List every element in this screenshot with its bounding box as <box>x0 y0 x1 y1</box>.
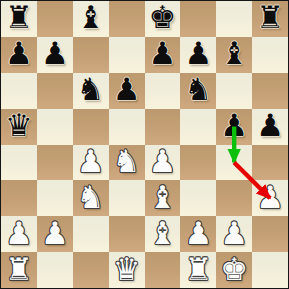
square-e2[interactable]: ♝ <box>145 216 181 252</box>
square-a1[interactable]: ♜ <box>1 252 37 288</box>
square-f3[interactable] <box>180 180 216 216</box>
square-c8[interactable]: ♝ <box>73 1 109 37</box>
piece-white-knight[interactable]: ♞ <box>113 146 141 177</box>
piece-black-pawn[interactable]: ♟ <box>220 110 248 141</box>
piece-black-pawn[interactable]: ♟ <box>184 38 212 69</box>
square-d8[interactable] <box>109 1 145 37</box>
square-b8[interactable] <box>37 1 73 37</box>
square-d1[interactable]: ♛ <box>109 252 145 288</box>
piece-black-pawn[interactable]: ♟ <box>5 38 33 69</box>
square-d5[interactable] <box>109 109 145 145</box>
piece-white-bishop[interactable]: ♝ <box>149 218 177 249</box>
chess-board-frame: ♜♝♚♜♟♟♟♟♝♞♟♞♛♟♟♟♞♟♞♝♟♟♟♝♟♟♜♛♜♚ <box>0 0 289 289</box>
square-c7[interactable] <box>73 37 109 73</box>
square-h1[interactable] <box>252 252 288 288</box>
square-g2[interactable]: ♟ <box>216 216 252 252</box>
square-g5[interactable]: ♟ <box>216 109 252 145</box>
square-h3[interactable]: ♟ <box>252 180 288 216</box>
square-g6[interactable] <box>216 73 252 109</box>
piece-black-pawn[interactable]: ♟ <box>256 110 284 141</box>
square-e4[interactable]: ♟ <box>145 145 181 181</box>
square-a6[interactable] <box>1 73 37 109</box>
square-d7[interactable] <box>109 37 145 73</box>
square-c1[interactable] <box>73 252 109 288</box>
square-b4[interactable] <box>37 145 73 181</box>
square-f4[interactable] <box>180 145 216 181</box>
chess-board: ♜♝♚♜♟♟♟♟♝♞♟♞♛♟♟♟♞♟♞♝♟♟♟♝♟♟♜♛♜♚ <box>1 1 288 288</box>
piece-black-rook[interactable]: ♜ <box>5 2 33 33</box>
square-f5[interactable] <box>180 109 216 145</box>
square-e6[interactable] <box>145 73 181 109</box>
square-b1[interactable] <box>37 252 73 288</box>
piece-white-rook[interactable]: ♜ <box>5 254 33 285</box>
piece-white-pawn[interactable]: ♟ <box>77 146 105 177</box>
piece-black-knight[interactable]: ♞ <box>77 74 105 105</box>
piece-black-rook[interactable]: ♜ <box>256 2 284 33</box>
square-e8[interactable]: ♚ <box>145 1 181 37</box>
square-e7[interactable]: ♟ <box>145 37 181 73</box>
square-h5[interactable]: ♟ <box>252 109 288 145</box>
piece-white-pawn[interactable]: ♟ <box>5 218 33 249</box>
piece-white-pawn[interactable]: ♟ <box>256 182 284 213</box>
piece-black-pawn[interactable]: ♟ <box>41 38 69 69</box>
square-h6[interactable] <box>252 73 288 109</box>
piece-black-knight[interactable]: ♞ <box>184 74 212 105</box>
piece-white-pawn[interactable]: ♟ <box>184 218 212 249</box>
square-g7[interactable]: ♝ <box>216 37 252 73</box>
piece-black-pawn[interactable]: ♟ <box>113 74 141 105</box>
piece-white-queen[interactable]: ♛ <box>113 254 141 285</box>
square-g1[interactable]: ♚ <box>216 252 252 288</box>
piece-white-bishop[interactable]: ♝ <box>149 182 177 213</box>
square-h7[interactable] <box>252 37 288 73</box>
square-b3[interactable] <box>37 180 73 216</box>
square-a4[interactable] <box>1 145 37 181</box>
square-c6[interactable]: ♞ <box>73 73 109 109</box>
square-f6[interactable]: ♞ <box>180 73 216 109</box>
square-a3[interactable] <box>1 180 37 216</box>
square-h2[interactable] <box>252 216 288 252</box>
square-c4[interactable]: ♟ <box>73 145 109 181</box>
square-e5[interactable] <box>145 109 181 145</box>
square-b5[interactable] <box>37 109 73 145</box>
square-g3[interactable] <box>216 180 252 216</box>
square-a7[interactable]: ♟ <box>1 37 37 73</box>
piece-white-pawn[interactable]: ♟ <box>149 146 177 177</box>
square-f1[interactable]: ♜ <box>180 252 216 288</box>
square-a5[interactable]: ♛ <box>1 109 37 145</box>
square-b2[interactable]: ♟ <box>37 216 73 252</box>
square-d2[interactable] <box>109 216 145 252</box>
square-a2[interactable]: ♟ <box>1 216 37 252</box>
piece-white-king[interactable]: ♚ <box>220 254 248 285</box>
square-a8[interactable]: ♜ <box>1 1 37 37</box>
piece-white-rook[interactable]: ♜ <box>184 254 212 285</box>
piece-white-pawn[interactable]: ♟ <box>220 218 248 249</box>
square-f8[interactable] <box>180 1 216 37</box>
square-f7[interactable]: ♟ <box>180 37 216 73</box>
square-b6[interactable] <box>37 73 73 109</box>
square-e1[interactable] <box>145 252 181 288</box>
square-c5[interactable] <box>73 109 109 145</box>
square-d3[interactable] <box>109 180 145 216</box>
piece-black-bishop[interactable]: ♝ <box>77 2 105 33</box>
piece-white-knight[interactable]: ♞ <box>77 182 105 213</box>
square-c3[interactable]: ♞ <box>73 180 109 216</box>
square-e3[interactable]: ♝ <box>145 180 181 216</box>
piece-black-king[interactable]: ♚ <box>149 2 177 33</box>
square-c2[interactable] <box>73 216 109 252</box>
piece-black-pawn[interactable]: ♟ <box>149 38 177 69</box>
square-h4[interactable] <box>252 145 288 181</box>
square-f2[interactable]: ♟ <box>180 216 216 252</box>
piece-black-bishop[interactable]: ♝ <box>220 38 248 69</box>
square-d4[interactable]: ♞ <box>109 145 145 181</box>
square-b7[interactable]: ♟ <box>37 37 73 73</box>
square-h8[interactable]: ♜ <box>252 1 288 37</box>
square-d6[interactable]: ♟ <box>109 73 145 109</box>
piece-black-queen[interactable]: ♛ <box>5 110 33 141</box>
piece-white-pawn[interactable]: ♟ <box>41 218 69 249</box>
square-g8[interactable] <box>216 1 252 37</box>
square-g4[interactable] <box>216 145 252 181</box>
